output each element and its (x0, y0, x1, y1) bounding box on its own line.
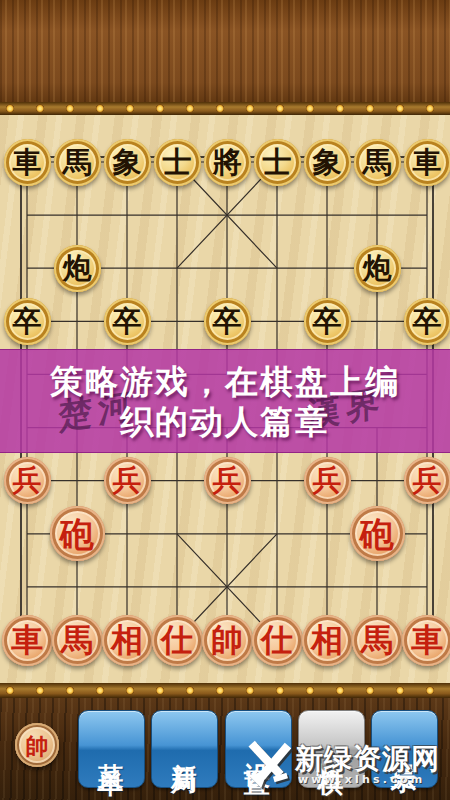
menu-button[interactable]: 菜单 (78, 710, 145, 788)
piece-black-車-c9r1[interactable]: 車 (404, 139, 450, 186)
new-game-button[interactable]: 新局 (151, 710, 218, 788)
xiangqi-app-screen: 車馬象士將士象馬車炮炮卒卒卒卒卒兵兵兵兵兵砲砲車馬相仕帥仕相馬車 楚河 漢界 策… (0, 0, 450, 800)
piece-black-士-c4r1[interactable]: 士 (154, 139, 201, 186)
piece-black-炮-c2r3[interactable]: 炮 (54, 245, 101, 292)
piece-red-兵-c5r7[interactable]: 兵 (204, 457, 251, 504)
piece-red-兵-c9r7[interactable]: 兵 (404, 457, 450, 504)
piece-black-象-c7r1[interactable]: 象 (304, 139, 351, 186)
piece-black-卒-c9r4[interactable]: 卒 (404, 298, 450, 345)
piece-red-仕-c6r10[interactable]: 仕 (252, 615, 303, 666)
piece-red-車-c1r10[interactable]: 車 (2, 615, 53, 666)
piece-black-馬-c8r1[interactable]: 馬 (354, 139, 401, 186)
piece-black-卒-c7r4[interactable]: 卒 (304, 298, 351, 345)
piece-red-相-c7r10[interactable]: 相 (302, 615, 353, 666)
bottom-stud-rail (0, 683, 450, 698)
piece-red-砲-c8r8[interactable]: 砲 (350, 506, 405, 561)
hint-button[interactable]: 提示 (371, 710, 438, 788)
red-general-piece-icon[interactable]: 帥 (15, 723, 59, 767)
toolbar-buttons: 菜单新局设置悔棋提示 (78, 710, 438, 788)
piece-red-仕-c4r10[interactable]: 仕 (152, 615, 203, 666)
banner-caption: 策略游戏，在棋盘上编 织的动人篇章 (0, 350, 450, 452)
piece-red-砲-c2r8[interactable]: 砲 (50, 506, 105, 561)
piece-black-車-c1r1[interactable]: 車 (4, 139, 51, 186)
piece-black-馬-c2r1[interactable]: 馬 (54, 139, 101, 186)
piece-black-卒-c1r4[interactable]: 卒 (4, 298, 51, 345)
banner-caption-line2: 织的动人篇章 (120, 403, 330, 440)
piece-black-卒-c5r4[interactable]: 卒 (204, 298, 251, 345)
piece-red-兵-c3r7[interactable]: 兵 (104, 457, 151, 504)
piece-red-馬-c2r10[interactable]: 馬 (52, 615, 103, 666)
piece-black-卒-c3r4[interactable]: 卒 (104, 298, 151, 345)
promo-banner: 楚河 漢界 策略游戏，在棋盘上编 织的动人篇章 (0, 349, 450, 453)
piece-black-士-c6r1[interactable]: 士 (254, 139, 301, 186)
piece-red-帥-c5r10[interactable]: 帥 (202, 615, 253, 666)
top-stud-rail (0, 102, 450, 115)
piece-red-車-c9r10[interactable]: 車 (402, 615, 450, 666)
piece-red-馬-c8r10[interactable]: 馬 (352, 615, 403, 666)
piece-black-將-c5r1[interactable]: 將 (204, 139, 251, 186)
piece-black-炮-c8r3[interactable]: 炮 (354, 245, 401, 292)
banner-caption-line1: 策略游戏，在棋盘上编 (50, 363, 400, 400)
toolbar: 帥 菜单新局设置悔棋提示 (0, 698, 450, 800)
settings-button[interactable]: 设置 (225, 710, 292, 788)
top-wood-panel (0, 0, 450, 103)
piece-red-相-c3r10[interactable]: 相 (102, 615, 153, 666)
piece-red-兵-c7r7[interactable]: 兵 (304, 457, 351, 504)
piece-red-兵-c1r7[interactable]: 兵 (4, 457, 51, 504)
piece-black-象-c3r1[interactable]: 象 (104, 139, 151, 186)
undo-button[interactable]: 悔棋 (298, 710, 365, 788)
